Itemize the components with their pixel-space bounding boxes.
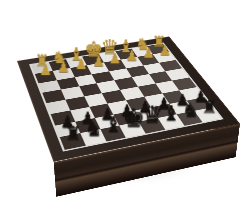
perspective-stage: ♜♞♝♚♛♝♞♜♟♟♟♟♟♟♟♟♟♟♟♟♟♟♟♟♜♞♝♚♛♝♞♜ [0, 0, 240, 199]
chess-box: ♜♞♝♚♛♝♞♜♟♟♟♟♟♟♟♟♟♟♟♟♟♟♟♟♜♞♝♚♛♝♞♜ [17, 36, 240, 161]
chess-set-product-photo: ♜♞♝♚♛♝♞♜♟♟♟♟♟♟♟♟♟♟♟♟♟♟♟♟♜♞♝♚♛♝♞♜ [0, 0, 240, 199]
black-rook-icon: ♜ [58, 123, 87, 142]
